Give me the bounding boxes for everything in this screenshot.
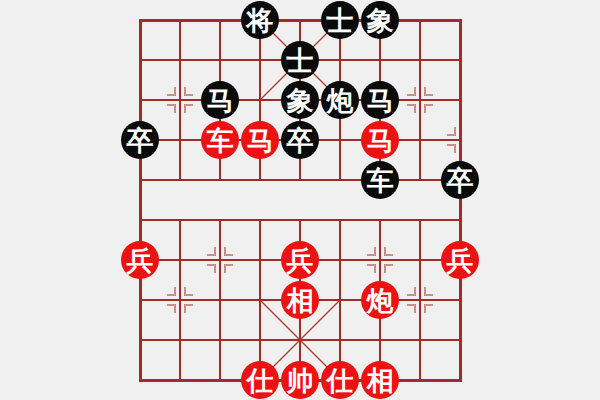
- piece-red-cannon[interactable]: 炮: [361, 281, 399, 319]
- intersection-7-2[interactable]: [400, 80, 440, 120]
- intersection-0-2[interactable]: [120, 80, 160, 120]
- piece-black-chariot[interactable]: 车: [361, 161, 399, 199]
- piece-black-horse[interactable]: 马: [361, 81, 399, 119]
- intersection-8-3[interactable]: [440, 120, 480, 160]
- intersection-7-6[interactable]: [400, 240, 440, 280]
- intersection-3-6[interactable]: [240, 240, 280, 280]
- intersection-7-3[interactable]: [400, 120, 440, 160]
- piece-red-advisor[interactable]: 仕: [241, 361, 279, 399]
- intersection-0-9[interactable]: [120, 360, 160, 400]
- intersection-6-5[interactable]: [360, 200, 400, 240]
- intersection-1-1[interactable]: [160, 40, 200, 80]
- intersection-3-5[interactable]: [240, 200, 280, 240]
- intersection-8-8[interactable]: [440, 320, 480, 360]
- intersection-1-3[interactable]: [160, 120, 200, 160]
- intersection-0-4[interactable]: [120, 160, 160, 200]
- intersection-7-5[interactable]: [400, 200, 440, 240]
- intersection-1-5[interactable]: [160, 200, 200, 240]
- piece-red-horse[interactable]: 马: [361, 121, 399, 159]
- piece-black-cannon[interactable]: 炮: [321, 81, 359, 119]
- intersection-8-9[interactable]: [440, 360, 480, 400]
- intersection-1-6[interactable]: [160, 240, 200, 280]
- intersection-5-8[interactable]: [320, 320, 360, 360]
- intersection-0-8[interactable]: [120, 320, 160, 360]
- intersection-3-8[interactable]: [240, 320, 280, 360]
- intersection-1-0[interactable]: [160, 0, 200, 40]
- piece-black-general[interactable]: 将: [241, 1, 279, 39]
- intersection-4-0[interactable]: [280, 0, 320, 40]
- piece-red-elephant[interactable]: 相: [281, 281, 319, 319]
- piece-black-advisor[interactable]: 士: [321, 1, 359, 39]
- piece-black-advisor[interactable]: 士: [281, 41, 319, 79]
- piece-red-advisor[interactable]: 仕: [321, 361, 359, 399]
- intersection-6-8[interactable]: [360, 320, 400, 360]
- piece-red-pawn[interactable]: 兵: [121, 241, 159, 279]
- intersection-3-1[interactable]: [240, 40, 280, 80]
- intersection-2-4[interactable]: [200, 160, 240, 200]
- piece-red-pawn[interactable]: 兵: [441, 241, 479, 279]
- intersection-0-7[interactable]: [120, 280, 160, 320]
- intersection-2-5[interactable]: [200, 200, 240, 240]
- intersection-7-8[interactable]: [400, 320, 440, 360]
- xiangqi-app: 将士象士马象炮马卒车马卒马车卒兵兵兵相炮仕帅仕相: [0, 0, 600, 400]
- intersection-8-7[interactable]: [440, 280, 480, 320]
- intersection-2-0[interactable]: [200, 0, 240, 40]
- intersection-8-1[interactable]: [440, 40, 480, 80]
- intersection-6-6[interactable]: [360, 240, 400, 280]
- intersection-0-5[interactable]: [120, 200, 160, 240]
- intersection-7-0[interactable]: [400, 0, 440, 40]
- intersection-4-8[interactable]: [280, 320, 320, 360]
- intersection-7-7[interactable]: [400, 280, 440, 320]
- piece-black-horse[interactable]: 马: [201, 81, 239, 119]
- intersection-1-2[interactable]: [160, 80, 200, 120]
- intersection-3-7[interactable]: [240, 280, 280, 320]
- piece-red-horse[interactable]: 马: [241, 121, 279, 159]
- intersection-7-1[interactable]: [400, 40, 440, 80]
- intersection-2-9[interactable]: [200, 360, 240, 400]
- intersection-1-4[interactable]: [160, 160, 200, 200]
- piece-black-pawn[interactable]: 卒: [121, 121, 159, 159]
- intersection-1-8[interactable]: [160, 320, 200, 360]
- piece-black-elephant[interactable]: 象: [361, 1, 399, 39]
- intersection-3-2[interactable]: [240, 80, 280, 120]
- intersection-7-9[interactable]: [400, 360, 440, 400]
- intersection-1-7[interactable]: [160, 280, 200, 320]
- piece-red-pawn[interactable]: 兵: [281, 241, 319, 279]
- intersection-2-8[interactable]: [200, 320, 240, 360]
- piece-black-elephant[interactable]: 象: [281, 81, 319, 119]
- intersection-5-4[interactable]: [320, 160, 360, 200]
- intersection-1-9[interactable]: [160, 360, 200, 400]
- intersection-0-1[interactable]: [120, 40, 160, 80]
- piece-black-pawn[interactable]: 卒: [441, 161, 479, 199]
- intersection-5-1[interactable]: [320, 40, 360, 80]
- intersection-6-1[interactable]: [360, 40, 400, 80]
- piece-red-elephant[interactable]: 相: [361, 361, 399, 399]
- intersection-5-5[interactable]: [320, 200, 360, 240]
- piece-black-pawn[interactable]: 卒: [281, 121, 319, 159]
- intersection-2-7[interactable]: [200, 280, 240, 320]
- piece-red-general[interactable]: 帅: [281, 361, 319, 399]
- intersection-5-7[interactable]: [320, 280, 360, 320]
- intersection-3-4[interactable]: [240, 160, 280, 200]
- intersection-8-0[interactable]: [440, 0, 480, 40]
- intersection-4-4[interactable]: [280, 160, 320, 200]
- intersection-8-5[interactable]: [440, 200, 480, 240]
- intersection-4-5[interactable]: [280, 200, 320, 240]
- intersection-5-3[interactable]: [320, 120, 360, 160]
- intersection-5-6[interactable]: [320, 240, 360, 280]
- intersection-0-0[interactable]: [120, 0, 160, 40]
- intersection-7-4[interactable]: [400, 160, 440, 200]
- piece-red-chariot[interactable]: 车: [201, 121, 239, 159]
- intersection-8-2[interactable]: [440, 80, 480, 120]
- intersection-2-1[interactable]: [200, 40, 240, 80]
- intersection-2-6[interactable]: [200, 240, 240, 280]
